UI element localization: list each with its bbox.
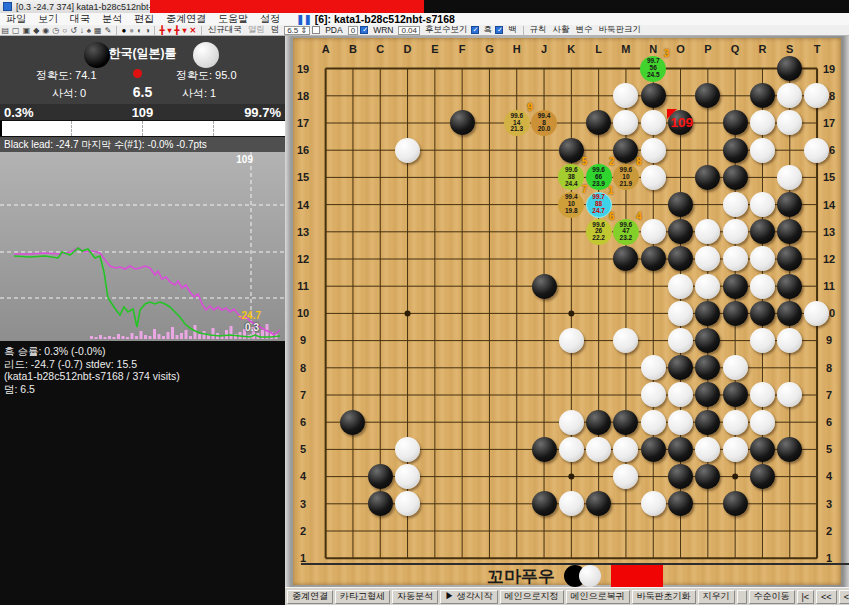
- point-K17[interactable]: [558, 109, 585, 136]
- toolbar-icon-0[interactable]: ▤: [2, 26, 10, 35]
- point-R11[interactable]: [749, 273, 776, 300]
- point-B13[interactable]: [339, 218, 366, 245]
- point-F4[interactable]: [448, 463, 475, 490]
- point-J19[interactable]: [530, 55, 557, 82]
- rules-menu[interactable]: 규칙: [530, 25, 547, 36]
- point-C19[interactable]: [367, 55, 394, 82]
- point-S14[interactable]: [776, 191, 803, 218]
- point-E17[interactable]: [421, 109, 448, 136]
- point-D6[interactable]: [394, 408, 421, 435]
- white-candidates-checkbox[interactable]: [495, 26, 503, 34]
- point-M4[interactable]: [612, 463, 639, 490]
- point-Q19[interactable]: [721, 55, 748, 82]
- point-H16[interactable]: [503, 137, 530, 164]
- point-J14[interactable]: [530, 191, 557, 218]
- point-J12[interactable]: [530, 245, 557, 272]
- point-L9[interactable]: [585, 327, 612, 354]
- point-T4[interactable]: [803, 463, 830, 490]
- point-K2[interactable]: [558, 517, 585, 544]
- point-A13[interactable]: [312, 218, 339, 245]
- point-E14[interactable]: [421, 191, 448, 218]
- point-D10[interactable]: [394, 300, 421, 327]
- point-H9[interactable]: [503, 327, 530, 354]
- point-A6[interactable]: [312, 408, 339, 435]
- status-button-0[interactable]: 중계연결: [287, 590, 333, 604]
- point-D5[interactable]: [394, 436, 421, 463]
- point-H7[interactable]: [503, 381, 530, 408]
- point-L11[interactable]: [585, 273, 612, 300]
- point-Q12[interactable]: [721, 245, 748, 272]
- point-F16[interactable]: [448, 137, 475, 164]
- point-O10[interactable]: [667, 300, 694, 327]
- point-M13[interactable]: 99.64723.24: [612, 218, 639, 245]
- candidate-move-M13[interactable]: 99.64723.24: [613, 219, 639, 245]
- point-B4[interactable]: [339, 463, 366, 490]
- point-F11[interactable]: [448, 273, 475, 300]
- menu-7[interactable]: 설정: [254, 12, 286, 26]
- point-F19[interactable]: [448, 55, 475, 82]
- point-B19[interactable]: [339, 55, 366, 82]
- point-J11[interactable]: [530, 273, 557, 300]
- point-H8[interactable]: [503, 354, 530, 381]
- point-H5[interactable]: [503, 436, 530, 463]
- point-R6[interactable]: [749, 408, 776, 435]
- point-G8[interactable]: [476, 354, 503, 381]
- wrn-checkbox[interactable]: [360, 26, 368, 34]
- point-A18[interactable]: [312, 82, 339, 109]
- point-O8[interactable]: [667, 354, 694, 381]
- point-L5[interactable]: [585, 436, 612, 463]
- point-H10[interactable]: [503, 300, 530, 327]
- point-R15[interactable]: [749, 164, 776, 191]
- point-M19[interactable]: [612, 55, 639, 82]
- point-C15[interactable]: [367, 164, 394, 191]
- point-A14[interactable]: [312, 191, 339, 218]
- point-G5[interactable]: [476, 436, 503, 463]
- point-D18[interactable]: [394, 82, 421, 109]
- point-P4[interactable]: [694, 463, 721, 490]
- point-F7[interactable]: [448, 381, 475, 408]
- marker-tool-icon-0[interactable]: ╋: [160, 26, 165, 35]
- point-Q6[interactable]: [721, 408, 748, 435]
- point-T14[interactable]: [803, 191, 830, 218]
- point-H11[interactable]: [503, 273, 530, 300]
- point-Q4[interactable]: [721, 463, 748, 490]
- boardsize-menu[interactable]: 바둑판크기: [599, 25, 642, 36]
- point-R4[interactable]: [749, 463, 776, 490]
- point-A7[interactable]: [312, 381, 339, 408]
- lifedeath-menu[interactable]: 사활: [553, 25, 570, 36]
- status-button-12[interactable]: <: [839, 590, 849, 604]
- point-L18[interactable]: [585, 82, 612, 109]
- point-C8[interactable]: [367, 354, 394, 381]
- black-candidates-checkbox[interactable]: [471, 26, 479, 34]
- marker-tool-icon-1[interactable]: ▾: [168, 26, 172, 35]
- point-B12[interactable]: [339, 245, 366, 272]
- point-T8[interactable]: [803, 354, 830, 381]
- point-N6[interactable]: [640, 408, 667, 435]
- point-E18[interactable]: [421, 82, 448, 109]
- toolbar-icon-4[interactable]: ◉: [42, 26, 49, 35]
- point-C3[interactable]: [367, 490, 394, 517]
- point-B15[interactable]: [339, 164, 366, 191]
- point-K7[interactable]: [558, 381, 585, 408]
- point-C13[interactable]: [367, 218, 394, 245]
- point-N15[interactable]: [640, 164, 667, 191]
- point-S17[interactable]: [776, 109, 803, 136]
- point-A17[interactable]: [312, 109, 339, 136]
- candidate-move-N19[interactable]: 99.75624.53: [640, 56, 666, 82]
- point-S11[interactable]: [776, 273, 803, 300]
- point-E8[interactable]: [421, 354, 448, 381]
- toolbar-icon-7[interactable]: ↺: [70, 26, 77, 35]
- point-P12[interactable]: [694, 245, 721, 272]
- point-D11[interactable]: [394, 273, 421, 300]
- point-T12[interactable]: [803, 245, 830, 272]
- point-O3[interactable]: [667, 490, 694, 517]
- point-N18[interactable]: [640, 82, 667, 109]
- point-G12[interactable]: [476, 245, 503, 272]
- point-J16[interactable]: [530, 137, 557, 164]
- point-M15[interactable]: 99.61021.98: [612, 164, 639, 191]
- point-F3[interactable]: [448, 490, 475, 517]
- point-G6[interactable]: [476, 408, 503, 435]
- half-stone-icon[interactable]: ◐: [137, 26, 142, 35]
- point-F12[interactable]: [448, 245, 475, 272]
- menu-6[interactable]: 도움말: [212, 12, 254, 26]
- point-R17[interactable]: [749, 109, 776, 136]
- point-F14[interactable]: [448, 191, 475, 218]
- point-R3[interactable]: [749, 490, 776, 517]
- point-J6[interactable]: [530, 408, 557, 435]
- point-S7[interactable]: [776, 381, 803, 408]
- point-Q8[interactable]: [721, 354, 748, 381]
- point-C16[interactable]: [367, 137, 394, 164]
- point-L17[interactable]: [585, 109, 612, 136]
- point-R10[interactable]: [749, 300, 776, 327]
- point-E11[interactable]: [421, 273, 448, 300]
- point-L4[interactable]: [585, 463, 612, 490]
- point-R18[interactable]: [749, 82, 776, 109]
- status-button-3[interactable]: ▶ 생각시작: [440, 590, 498, 604]
- candidate-move-L13[interactable]: 99.62622.26: [586, 219, 612, 245]
- point-T16[interactable]: [803, 137, 830, 164]
- point-O12[interactable]: [667, 245, 694, 272]
- point-F6[interactable]: [448, 408, 475, 435]
- point-Q14[interactable]: [721, 191, 748, 218]
- point-N9[interactable]: [640, 327, 667, 354]
- point-S13[interactable]: [776, 218, 803, 245]
- status-button-4[interactable]: 메인으로지정: [500, 590, 564, 604]
- status-blank-field[interactable]: [737, 590, 747, 604]
- point-A11[interactable]: [312, 273, 339, 300]
- point-P14[interactable]: [694, 191, 721, 218]
- point-J3[interactable]: [530, 490, 557, 517]
- point-G14[interactable]: [476, 191, 503, 218]
- point-B3[interactable]: [339, 490, 366, 517]
- point-M10[interactable]: [612, 300, 639, 327]
- point-C9[interactable]: [367, 327, 394, 354]
- point-O9[interactable]: [667, 327, 694, 354]
- point-N10[interactable]: [640, 300, 667, 327]
- point-H4[interactable]: [503, 463, 530, 490]
- point-N13[interactable]: [640, 218, 667, 245]
- point-Q18[interactable]: [721, 82, 748, 109]
- point-J10[interactable]: [530, 300, 557, 327]
- point-P3[interactable]: [694, 490, 721, 517]
- white-stone-tool-icon[interactable]: ●: [129, 26, 134, 35]
- point-T6[interactable]: [803, 408, 830, 435]
- point-N2[interactable]: [640, 517, 667, 544]
- point-A12[interactable]: [312, 245, 339, 272]
- point-D8[interactable]: [394, 354, 421, 381]
- point-T3[interactable]: [803, 490, 830, 517]
- pause-icon[interactable]: ❚❚: [296, 14, 311, 25]
- pda-input[interactable]: 0: [348, 26, 358, 35]
- point-K14[interactable]: 99.41019.87: [558, 191, 585, 218]
- status-button-11[interactable]: <<: [816, 590, 837, 604]
- point-S3[interactable]: [776, 490, 803, 517]
- pda-checkbox[interactable]: [312, 26, 320, 34]
- point-G7[interactable]: [476, 381, 503, 408]
- point-M6[interactable]: [612, 408, 639, 435]
- point-B14[interactable]: [339, 191, 366, 218]
- point-T17[interactable]: [803, 109, 830, 136]
- point-F2[interactable]: [448, 517, 475, 544]
- toolbar-icon-3[interactable]: ◆: [33, 26, 39, 35]
- point-G17[interactable]: [476, 109, 503, 136]
- point-J15[interactable]: [530, 164, 557, 191]
- point-F13[interactable]: [448, 218, 475, 245]
- point-K5[interactable]: [558, 436, 585, 463]
- point-T10[interactable]: [803, 300, 830, 327]
- point-T13[interactable]: [803, 218, 830, 245]
- point-O11[interactable]: [667, 273, 694, 300]
- point-G2[interactable]: [476, 517, 503, 544]
- point-O5[interactable]: [667, 436, 694, 463]
- point-J18[interactable]: [530, 82, 557, 109]
- point-A8[interactable]: [312, 354, 339, 381]
- point-T15[interactable]: [803, 164, 830, 191]
- point-M17[interactable]: [612, 109, 639, 136]
- point-S12[interactable]: [776, 245, 803, 272]
- point-F10[interactable]: [448, 300, 475, 327]
- status-button-7[interactable]: 지우기: [698, 590, 735, 604]
- marker-tool-icon-3[interactable]: ▾: [182, 26, 186, 35]
- point-R9[interactable]: [749, 327, 776, 354]
- point-S5[interactable]: [776, 436, 803, 463]
- point-T7[interactable]: [803, 381, 830, 408]
- point-Q17[interactable]: [721, 109, 748, 136]
- point-C5[interactable]: [367, 436, 394, 463]
- point-L10[interactable]: [585, 300, 612, 327]
- point-O13[interactable]: [667, 218, 694, 245]
- point-H6[interactable]: [503, 408, 530, 435]
- point-L13[interactable]: 99.62622.26: [585, 218, 612, 245]
- point-Q13[interactable]: [721, 218, 748, 245]
- point-N8[interactable]: [640, 354, 667, 381]
- point-T9[interactable]: [803, 327, 830, 354]
- point-R19[interactable]: [749, 55, 776, 82]
- point-B5[interactable]: [339, 436, 366, 463]
- point-Q2[interactable]: [721, 517, 748, 544]
- point-C10[interactable]: [367, 300, 394, 327]
- point-A4[interactable]: [312, 463, 339, 490]
- point-J8[interactable]: [530, 354, 557, 381]
- point-N7[interactable]: [640, 381, 667, 408]
- black-stone-tool-icon[interactable]: ●: [121, 26, 126, 35]
- point-K13[interactable]: [558, 218, 585, 245]
- point-R14[interactable]: [749, 191, 776, 218]
- vars-menu[interactable]: 변수: [576, 25, 593, 36]
- point-S15[interactable]: [776, 164, 803, 191]
- point-P10[interactable]: [694, 300, 721, 327]
- point-P18[interactable]: [694, 82, 721, 109]
- point-M5[interactable]: [612, 436, 639, 463]
- point-E5[interactable]: [421, 436, 448, 463]
- point-S18[interactable]: [776, 82, 803, 109]
- point-G9[interactable]: [476, 327, 503, 354]
- point-J9[interactable]: [530, 327, 557, 354]
- point-N12[interactable]: [640, 245, 667, 272]
- point-G4[interactable]: [476, 463, 503, 490]
- status-button-2[interactable]: 자동분석: [392, 590, 438, 604]
- point-B2[interactable]: [339, 517, 366, 544]
- point-B7[interactable]: [339, 381, 366, 408]
- point-F18[interactable]: [448, 82, 475, 109]
- point-D12[interactable]: [394, 245, 421, 272]
- point-A15[interactable]: [312, 164, 339, 191]
- new-game-button[interactable]: 신규대국: [208, 25, 242, 36]
- point-R13[interactable]: [749, 218, 776, 245]
- point-G19[interactable]: [476, 55, 503, 82]
- point-E19[interactable]: [421, 55, 448, 82]
- point-T11[interactable]: [803, 273, 830, 300]
- point-L7[interactable]: [585, 381, 612, 408]
- point-L12[interactable]: [585, 245, 612, 272]
- point-M18[interactable]: [612, 82, 639, 109]
- menu-2[interactable]: 대국: [64, 12, 96, 26]
- point-E13[interactable]: [421, 218, 448, 245]
- point-C17[interactable]: [367, 109, 394, 136]
- candidate-move-K14[interactable]: 99.41019.87: [558, 192, 584, 218]
- point-L6[interactable]: [585, 408, 612, 435]
- point-P8[interactable]: [694, 354, 721, 381]
- point-B8[interactable]: [339, 354, 366, 381]
- point-C12[interactable]: [367, 245, 394, 272]
- point-F8[interactable]: [448, 354, 475, 381]
- point-N11[interactable]: [640, 273, 667, 300]
- point-B16[interactable]: [339, 137, 366, 164]
- point-A2[interactable]: [312, 517, 339, 544]
- point-M7[interactable]: [612, 381, 639, 408]
- point-A5[interactable]: [312, 436, 339, 463]
- marker-tool-icon-4[interactable]: ✕: [189, 26, 196, 35]
- point-K18[interactable]: [558, 82, 585, 109]
- point-K19[interactable]: [558, 55, 585, 82]
- point-O2[interactable]: [667, 517, 694, 544]
- point-D2[interactable]: [394, 517, 421, 544]
- point-D15[interactable]: [394, 164, 421, 191]
- point-R5[interactable]: [749, 436, 776, 463]
- point-S2[interactable]: [776, 517, 803, 544]
- point-O19[interactable]: [667, 55, 694, 82]
- point-P5[interactable]: [694, 436, 721, 463]
- point-N4[interactable]: [640, 463, 667, 490]
- point-O7[interactable]: [667, 381, 694, 408]
- point-J4[interactable]: [530, 463, 557, 490]
- point-F9[interactable]: [448, 327, 475, 354]
- point-S10[interactable]: [776, 300, 803, 327]
- point-Q11[interactable]: [721, 273, 748, 300]
- point-D9[interactable]: [394, 327, 421, 354]
- menu-0[interactable]: 파일: [0, 12, 32, 26]
- point-O4[interactable]: [667, 463, 694, 490]
- point-D13[interactable]: [394, 218, 421, 245]
- point-Q16[interactable]: [721, 137, 748, 164]
- point-C11[interactable]: [367, 273, 394, 300]
- point-S9[interactable]: [776, 327, 803, 354]
- point-H3[interactable]: [503, 490, 530, 517]
- point-E15[interactable]: [421, 164, 448, 191]
- point-C7[interactable]: [367, 381, 394, 408]
- point-K11[interactable]: [558, 273, 585, 300]
- point-C6[interactable]: [367, 408, 394, 435]
- toolbar-icon-5[interactable]: ◷: [52, 26, 59, 35]
- toolbar-icon-8[interactable]: ↓: [80, 26, 84, 35]
- point-O15[interactable]: [667, 164, 694, 191]
- candidate-move-H17[interactable]: 99.61421.39: [504, 110, 530, 136]
- point-R12[interactable]: [749, 245, 776, 272]
- point-A19[interactable]: [312, 55, 339, 82]
- point-E3[interactable]: [421, 490, 448, 517]
- point-N16[interactable]: [640, 137, 667, 164]
- toolbar-icon-2[interactable]: ▣: [23, 26, 31, 35]
- point-K10[interactable]: [558, 300, 585, 327]
- toolbar-icon-11[interactable]: ✎: [105, 26, 112, 35]
- status-button-9[interactable]: 수순이동: [749, 590, 795, 604]
- point-D4[interactable]: [394, 463, 421, 490]
- point-D14[interactable]: [394, 191, 421, 218]
- point-O6[interactable]: [667, 408, 694, 435]
- toolbar-icon-9[interactable]: ♠: [87, 26, 91, 35]
- point-H15[interactable]: [503, 164, 530, 191]
- point-K12[interactable]: [558, 245, 585, 272]
- point-G16[interactable]: [476, 137, 503, 164]
- point-R7[interactable]: [749, 381, 776, 408]
- point-G18[interactable]: [476, 82, 503, 109]
- point-M12[interactable]: [612, 245, 639, 272]
- point-M8[interactable]: [612, 354, 639, 381]
- point-B18[interactable]: [339, 82, 366, 109]
- toolbar-icon-10[interactable]: ▦: [94, 26, 102, 35]
- point-T5[interactable]: [803, 436, 830, 463]
- point-D16[interactable]: [394, 137, 421, 164]
- point-G13[interactable]: [476, 218, 503, 245]
- status-button-10[interactable]: |<: [797, 590, 815, 604]
- point-O16[interactable]: [667, 137, 694, 164]
- wrn-input[interactable]: 0.04: [398, 26, 420, 35]
- point-O14[interactable]: [667, 191, 694, 218]
- point-B10[interactable]: [339, 300, 366, 327]
- point-E2[interactable]: [421, 517, 448, 544]
- point-G10[interactable]: [476, 300, 503, 327]
- point-F5[interactable]: [448, 436, 475, 463]
- point-T19[interactable]: [803, 55, 830, 82]
- point-C4[interactable]: [367, 463, 394, 490]
- point-J2[interactable]: [530, 517, 557, 544]
- point-F17[interactable]: [448, 109, 475, 136]
